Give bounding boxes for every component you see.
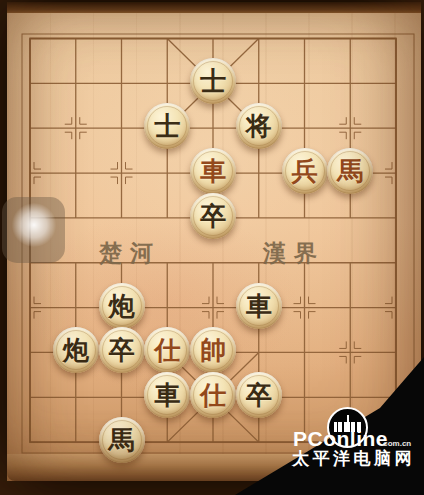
piece-black-cannon[interactable]: 炮 <box>53 327 99 373</box>
floating-assistive-button[interactable] <box>2 197 65 263</box>
piece-character: 車 <box>154 382 180 408</box>
assistive-button-glow-icon <box>11 203 57 247</box>
piece-red-horse[interactable]: 馬 <box>327 148 373 194</box>
piece-black-chariot[interactable]: 車 <box>144 372 190 418</box>
piece-character: 仕 <box>200 382 226 408</box>
piece-black-advisor[interactable]: 士 <box>144 103 190 149</box>
piece-character: 帥 <box>200 337 226 363</box>
piece-character: 卒 <box>246 382 272 408</box>
piece-character: 炮 <box>109 293 135 319</box>
xiangqi-game-screen: 楚河 漢界 士士将車兵馬卒炮車炮卒仕帥車仕卒馬 PConline .com.cn… <box>0 0 424 495</box>
piece-red-advisor[interactable]: 仕 <box>144 327 190 373</box>
piece-character: 卒 <box>109 337 135 363</box>
piece-character: 炮 <box>63 337 89 363</box>
piece-black-soldier[interactable]: 卒 <box>236 372 282 418</box>
piece-character: 将 <box>246 113 272 139</box>
piece-character: 兵 <box>292 158 318 184</box>
piece-black-advisor[interactable]: 士 <box>190 58 236 104</box>
piece-red-soldier[interactable]: 兵 <box>282 148 328 194</box>
piece-character: 馬 <box>109 427 135 453</box>
piece-character: 士 <box>154 113 180 139</box>
piece-black-horse[interactable]: 馬 <box>99 417 145 463</box>
piece-black-soldier[interactable]: 卒 <box>190 193 236 239</box>
piece-character: 卒 <box>200 203 226 229</box>
piece-character: 車 <box>200 158 226 184</box>
piece-black-soldier[interactable]: 卒 <box>99 327 145 373</box>
piece-red-chariot[interactable]: 車 <box>190 148 236 194</box>
piece-character: 仕 <box>154 337 180 363</box>
piece-character: 車 <box>246 293 272 319</box>
piece-character: 士 <box>200 68 226 94</box>
piece-red-advisor[interactable]: 仕 <box>190 372 236 418</box>
piece-black-cannon[interactable]: 炮 <box>99 283 145 329</box>
piece-black-general[interactable]: 将 <box>236 103 282 149</box>
piece-red-general[interactable]: 帥 <box>190 327 236 373</box>
piece-character: 馬 <box>337 158 363 184</box>
piece-black-chariot[interactable]: 車 <box>236 283 282 329</box>
